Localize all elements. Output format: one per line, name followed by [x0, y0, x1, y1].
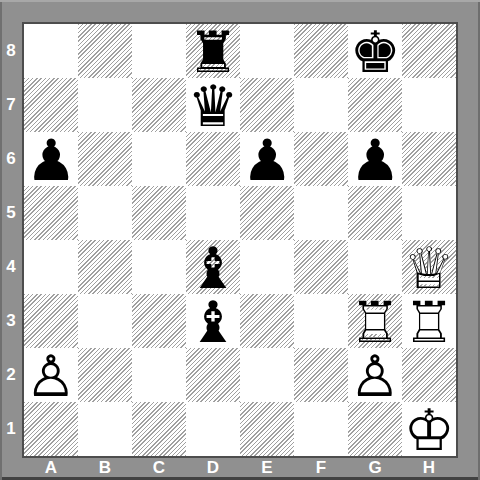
chess-board: ♜♚♛♟♟♟♝♕♝♖♖♙♙♔ [22, 22, 458, 458]
square-d5[interactable] [186, 186, 240, 240]
piece-black-pawn[interactable]: ♟ [25, 132, 76, 189]
piece-black-king[interactable]: ♚ [349, 24, 400, 81]
square-e4[interactable] [240, 240, 294, 294]
square-a2[interactable]: ♙ [24, 348, 78, 402]
square-f1[interactable] [294, 402, 348, 456]
file-label-d: D [186, 458, 240, 478]
square-d3[interactable]: ♝ [186, 294, 240, 348]
square-d6[interactable] [186, 132, 240, 186]
rank-label-7: 7 [0, 78, 22, 132]
square-b7[interactable] [78, 78, 132, 132]
square-h4[interactable]: ♕ [402, 240, 456, 294]
square-a8[interactable] [24, 24, 78, 78]
piece-black-queen[interactable]: ♛ [187, 78, 238, 135]
square-f6[interactable] [294, 132, 348, 186]
square-f5[interactable] [294, 186, 348, 240]
file-label-a: A [24, 458, 78, 478]
piece-black-pawn[interactable]: ♟ [349, 132, 400, 189]
pawn-glyph: ♟ [25, 127, 76, 193]
square-f3[interactable] [294, 294, 348, 348]
pawn-glyph: ♙ [349, 343, 400, 409]
square-f7[interactable] [294, 78, 348, 132]
square-e7[interactable] [240, 78, 294, 132]
square-a7[interactable] [24, 78, 78, 132]
king-glyph: ♚ [349, 19, 400, 85]
square-a4[interactable] [24, 240, 78, 294]
square-b6[interactable] [78, 132, 132, 186]
square-h3[interactable]: ♖ [402, 294, 456, 348]
square-a5[interactable] [24, 186, 78, 240]
square-a3[interactable] [24, 294, 78, 348]
file-label-f: F [294, 458, 348, 478]
square-c5[interactable] [132, 186, 186, 240]
file-label-c: C [132, 458, 186, 478]
square-c7[interactable] [132, 78, 186, 132]
square-b8[interactable] [78, 24, 132, 78]
square-g4[interactable] [348, 240, 402, 294]
rank-label-3: 3 [0, 294, 22, 348]
square-d7[interactable]: ♛ [186, 78, 240, 132]
square-e3[interactable] [240, 294, 294, 348]
rank-label-8: 8 [0, 24, 22, 78]
pawn-glyph: ♟ [349, 127, 400, 193]
square-c8[interactable] [132, 24, 186, 78]
square-g2[interactable]: ♙ [348, 348, 402, 402]
square-c2[interactable] [132, 348, 186, 402]
file-label-b: B [78, 458, 132, 478]
square-a1[interactable] [24, 402, 78, 456]
square-b3[interactable] [78, 294, 132, 348]
square-e5[interactable] [240, 186, 294, 240]
queen-glyph: ♛ [187, 73, 238, 139]
square-e1[interactable] [240, 402, 294, 456]
king-glyph: ♔ [403, 397, 454, 463]
square-d2[interactable] [186, 348, 240, 402]
square-d1[interactable] [186, 402, 240, 456]
square-b1[interactable] [78, 402, 132, 456]
rank-label-1: 1 [0, 402, 22, 456]
square-g1[interactable] [348, 402, 402, 456]
square-b2[interactable] [78, 348, 132, 402]
piece-white-pawn[interactable]: ♙ [349, 348, 400, 405]
square-h7[interactable] [402, 78, 456, 132]
square-e6[interactable]: ♟ [240, 132, 294, 186]
pawn-glyph: ♙ [25, 343, 76, 409]
file-labels: ABCDEFGH [24, 458, 456, 478]
square-h6[interactable] [402, 132, 456, 186]
piece-black-bishop[interactable]: ♝ [187, 294, 238, 351]
chessboard-frame: 87654321 ABCDEFGH ♜♚♛♟♟♟♝♕♝♖♖♙♙♔ [0, 0, 480, 480]
square-g8[interactable]: ♚ [348, 24, 402, 78]
square-a6[interactable]: ♟ [24, 132, 78, 186]
rank-labels: 87654321 [0, 24, 22, 456]
square-f8[interactable] [294, 24, 348, 78]
file-label-e: E [240, 458, 294, 478]
square-g5[interactable] [348, 186, 402, 240]
square-c3[interactable] [132, 294, 186, 348]
piece-white-pawn[interactable]: ♙ [25, 348, 76, 405]
square-b4[interactable] [78, 240, 132, 294]
square-h8[interactable] [402, 24, 456, 78]
rank-label-2: 2 [0, 348, 22, 402]
rank-label-5: 5 [0, 186, 22, 240]
square-b5[interactable] [78, 186, 132, 240]
square-h5[interactable] [402, 186, 456, 240]
rank-label-6: 6 [0, 132, 22, 186]
square-f4[interactable] [294, 240, 348, 294]
square-d8[interactable]: ♜ [186, 24, 240, 78]
square-c1[interactable] [132, 402, 186, 456]
square-g7[interactable] [348, 78, 402, 132]
square-e2[interactable] [240, 348, 294, 402]
file-label-g: G [348, 458, 402, 478]
rank-label-4: 4 [0, 240, 22, 294]
pawn-glyph: ♟ [241, 127, 292, 193]
square-g3[interactable]: ♖ [348, 294, 402, 348]
square-c4[interactable] [132, 240, 186, 294]
square-e8[interactable] [240, 24, 294, 78]
square-d4[interactable]: ♝ [186, 240, 240, 294]
square-c6[interactable] [132, 132, 186, 186]
square-h1[interactable]: ♔ [402, 402, 456, 456]
square-h2[interactable] [402, 348, 456, 402]
bishop-glyph: ♝ [187, 289, 238, 355]
piece-black-pawn[interactable]: ♟ [241, 132, 292, 189]
rook-glyph: ♖ [403, 289, 454, 355]
piece-white-rook[interactable]: ♖ [403, 294, 454, 351]
piece-white-king[interactable]: ♔ [403, 402, 454, 459]
square-g6[interactable]: ♟ [348, 132, 402, 186]
square-f2[interactable] [294, 348, 348, 402]
